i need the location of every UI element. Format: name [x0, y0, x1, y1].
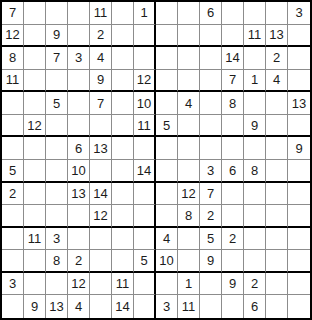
cell-r12c4[interactable]: 2	[68, 250, 90, 273]
given-digit: 3	[295, 6, 302, 19]
cell-r9c5[interactable]: 14	[90, 183, 112, 206]
cell-r6c6[interactable]	[112, 115, 134, 138]
cell-r2c14[interactable]	[288, 25, 310, 48]
cell-r8c10[interactable]: 3	[200, 160, 222, 183]
given-digit: 14	[115, 300, 129, 313]
given-digit: 9	[53, 28, 60, 41]
cell-r6c1[interactable]	[2, 115, 24, 138]
given-digit: 12	[93, 209, 107, 222]
cell-r11c13[interactable]	[266, 228, 288, 251]
cell-r9c11[interactable]	[222, 183, 244, 206]
cell-r10c9[interactable]: 8	[178, 205, 200, 228]
cell-r3c7[interactable]	[134, 47, 156, 70]
given-digit: 3	[163, 300, 170, 313]
given-digit: 2	[9, 187, 16, 200]
cell-r11c3[interactable]: 3	[46, 228, 68, 251]
cell-r13c1[interactable]: 3	[2, 273, 24, 296]
given-digit: 5	[163, 119, 170, 132]
cell-r6c13[interactable]	[266, 115, 288, 138]
cell-r8c7[interactable]: 14	[134, 160, 156, 183]
cell-r7c4[interactable]: 6	[68, 137, 90, 160]
given-digit: 13	[292, 97, 306, 110]
cell-r7c13[interactable]	[266, 137, 288, 160]
cell-r3c1[interactable]: 8	[2, 47, 24, 70]
given-digit: 12	[137, 73, 151, 86]
given-digit: 10	[71, 164, 85, 177]
cell-r8c12[interactable]: 8	[244, 160, 266, 183]
cell-r13c6[interactable]: 11	[112, 273, 134, 296]
cell-r14c8[interactable]: 3	[156, 295, 178, 318]
cell-r10c4[interactable]	[68, 205, 90, 228]
cell-r1c4[interactable]	[68, 2, 90, 25]
cell-r8c6[interactable]	[112, 160, 134, 183]
cell-r11c10[interactable]: 5	[200, 228, 222, 251]
cell-r11c4[interactable]	[68, 228, 90, 251]
given-digit: 9	[207, 254, 214, 267]
cell-r11c11[interactable]: 2	[222, 228, 244, 251]
cell-r13c5[interactable]	[90, 273, 112, 296]
cell-r13c8[interactable]	[156, 273, 178, 296]
cell-r6c4[interactable]	[68, 115, 90, 138]
cell-r7c7[interactable]	[134, 137, 156, 160]
given-digit: 2	[273, 51, 280, 64]
cell-r14c10[interactable]	[200, 295, 222, 318]
cell-r9c1[interactable]: 2	[2, 183, 24, 206]
cell-r5c10[interactable]	[200, 92, 222, 115]
cell-r3c2[interactable]	[24, 47, 46, 70]
cell-r3c5[interactable]: 4	[90, 47, 112, 70]
cell-r5c5[interactable]: 7	[90, 92, 112, 115]
cell-r1c10[interactable]: 6	[200, 2, 222, 25]
cell-r9c12[interactable]	[244, 183, 266, 206]
cell-r9c9[interactable]: 12	[178, 183, 200, 206]
cell-r9c14[interactable]	[288, 183, 310, 206]
cell-r10c1[interactable]	[2, 205, 24, 228]
cell-r3c6[interactable]	[112, 47, 134, 70]
cell-r11c8[interactable]: 4	[156, 228, 178, 251]
given-digit: 11	[116, 277, 130, 290]
given-digit: 5	[207, 232, 214, 245]
cell-r3c13[interactable]: 2	[266, 47, 288, 70]
cell-r6c9[interactable]	[178, 115, 200, 138]
cell-r11c12[interactable]	[244, 228, 266, 251]
cell-r4c3[interactable]	[46, 70, 68, 93]
cell-r12c3[interactable]: 8	[46, 250, 68, 273]
given-digit: 4	[273, 73, 280, 86]
cell-r1c3[interactable]	[46, 2, 68, 25]
given-digit: 6	[229, 164, 236, 177]
cell-r9c4[interactable]: 13	[68, 183, 90, 206]
cell-r5c2[interactable]	[24, 92, 46, 115]
cell-r9c6[interactable]	[112, 183, 134, 206]
cell-r12c2[interactable]	[24, 250, 46, 273]
cell-r5c7[interactable]: 10	[134, 92, 156, 115]
cell-r4c9[interactable]	[178, 70, 200, 93]
cell-r5c9[interactable]: 4	[178, 92, 200, 115]
given-digit: 8	[9, 51, 16, 64]
cell-r2c9[interactable]	[178, 25, 200, 48]
cell-r3c3[interactable]: 7	[46, 47, 68, 70]
cell-r10c8[interactable]	[156, 205, 178, 228]
cell-r4c14[interactable]	[288, 70, 310, 93]
cell-r4c12[interactable]: 1	[244, 70, 266, 93]
cell-r14c11[interactable]	[222, 295, 244, 318]
cell-r7c8[interactable]	[156, 137, 178, 160]
cell-r12c11[interactable]	[222, 250, 244, 273]
cell-r1c11[interactable]	[222, 2, 244, 25]
given-digit: 13	[71, 187, 85, 200]
given-digit: 7	[97, 97, 104, 110]
cell-r8c8[interactable]	[156, 160, 178, 183]
given-digit: 8	[53, 254, 60, 267]
given-digit: 4	[185, 97, 192, 110]
cell-r13c7[interactable]	[134, 273, 156, 296]
cell-r7c5[interactable]: 13	[90, 137, 112, 160]
given-digit: 3	[75, 51, 82, 64]
given-digit: 10	[159, 254, 173, 267]
cell-r6c5[interactable]	[90, 115, 112, 138]
cell-r3c14[interactable]	[288, 47, 310, 70]
cell-r14c1[interactable]	[2, 295, 24, 318]
cell-r4c13[interactable]: 4	[266, 70, 288, 93]
cell-r14c6[interactable]: 14	[112, 295, 134, 318]
given-digit: 12	[5, 28, 19, 41]
given-digit: 13	[49, 300, 63, 313]
cell-r2c6[interactable]	[112, 25, 134, 48]
cell-r3c10[interactable]	[200, 47, 222, 70]
given-digit: 13	[269, 28, 283, 41]
cell-r5c8[interactable]	[156, 92, 178, 115]
cell-r4c5[interactable]: 9	[90, 70, 112, 93]
cell-r8c14[interactable]	[288, 160, 310, 183]
given-digit: 7	[207, 187, 214, 200]
cell-r14c9[interactable]: 11	[178, 295, 200, 318]
cell-r12c8[interactable]: 10	[156, 250, 178, 273]
given-digit: 11	[28, 232, 42, 245]
sudoku-board: 7111631292111387341421191271457104813121…	[0, 0, 312, 320]
cell-r4c10[interactable]	[200, 70, 222, 93]
cell-r2c11[interactable]	[222, 25, 244, 48]
cell-r11c7[interactable]	[134, 228, 156, 251]
cell-r1c8[interactable]	[156, 2, 178, 25]
given-digit: 5	[140, 254, 147, 267]
cell-r7c10[interactable]	[200, 137, 222, 160]
cell-r6c7[interactable]: 11	[134, 115, 156, 138]
cell-r7c2[interactable]	[24, 137, 46, 160]
cell-r14c7[interactable]	[134, 295, 156, 318]
cell-r3c12[interactable]	[244, 47, 266, 70]
cell-r11c2[interactable]: 11	[24, 228, 46, 251]
cell-r8c9[interactable]	[178, 160, 200, 183]
cell-r10c3[interactable]	[46, 205, 68, 228]
cell-r2c4[interactable]	[68, 25, 90, 48]
cell-r1c9[interactable]	[178, 2, 200, 25]
given-digit: 9	[97, 73, 104, 86]
cell-r2c3[interactable]: 9	[46, 25, 68, 48]
cell-r13c12[interactable]: 2	[244, 273, 266, 296]
cell-r6c14[interactable]	[288, 115, 310, 138]
cell-r11c1[interactable]	[2, 228, 24, 251]
cell-r8c5[interactable]	[90, 160, 112, 183]
cell-r12c14[interactable]	[288, 250, 310, 273]
given-digit: 2	[207, 209, 214, 222]
cell-r8c13[interactable]	[266, 160, 288, 183]
cell-r13c13[interactable]	[266, 273, 288, 296]
cell-r13c10[interactable]	[200, 273, 222, 296]
cell-r9c3[interactable]	[46, 183, 68, 206]
cell-r10c2[interactable]	[24, 205, 46, 228]
cell-r9c13[interactable]	[266, 183, 288, 206]
given-digit: 9	[31, 300, 38, 313]
cell-r1c7[interactable]: 1	[134, 2, 156, 25]
given-digit: 3	[9, 277, 16, 290]
given-digit: 14	[93, 187, 107, 200]
cell-r14c4[interactable]: 4	[68, 295, 90, 318]
given-digit: 10	[137, 97, 151, 110]
cell-r3c4[interactable]: 3	[68, 47, 90, 70]
cell-r2c12[interactable]: 11	[244, 25, 266, 48]
cell-r7c3[interactable]	[46, 137, 68, 160]
cell-r8c2[interactable]	[24, 160, 46, 183]
given-digit: 13	[93, 142, 107, 155]
given-digit: 11	[248, 28, 262, 41]
cell-r1c1[interactable]: 7	[2, 2, 24, 25]
given-digit: 7	[53, 51, 60, 64]
cell-r3c11[interactable]: 14	[222, 47, 244, 70]
given-digit: 5	[9, 164, 16, 177]
given-digit: 3	[53, 232, 60, 245]
cell-r10c6[interactable]	[112, 205, 134, 228]
cell-r8c1[interactable]: 5	[2, 160, 24, 183]
cell-r2c1[interactable]: 12	[2, 25, 24, 48]
cell-r9c7[interactable]	[134, 183, 156, 206]
cell-r12c10[interactable]: 9	[200, 250, 222, 273]
cell-r13c4[interactable]: 12	[68, 273, 90, 296]
cell-r5c13[interactable]	[266, 92, 288, 115]
cell-r2c7[interactable]	[134, 25, 156, 48]
cell-r11c6[interactable]	[112, 228, 134, 251]
cell-r9c10[interactable]: 7	[200, 183, 222, 206]
cell-r5c14[interactable]: 13	[288, 92, 310, 115]
given-digit: 1	[185, 277, 192, 290]
given-digit: 6	[251, 300, 258, 313]
cell-r4c7[interactable]: 12	[134, 70, 156, 93]
cell-r9c8[interactable]	[156, 183, 178, 206]
cell-r1c6[interactable]	[112, 2, 134, 25]
given-digit: 8	[229, 97, 236, 110]
given-digit: 8	[185, 209, 192, 222]
cell-r10c14[interactable]	[288, 205, 310, 228]
given-digit: 7	[229, 73, 236, 86]
cell-r14c13[interactable]	[266, 295, 288, 318]
cell-r12c1[interactable]	[2, 250, 24, 273]
cell-r6c8[interactable]: 5	[156, 115, 178, 138]
cell-r7c11[interactable]	[222, 137, 244, 160]
cell-r13c3[interactable]	[46, 273, 68, 296]
cell-r5c1[interactable]	[2, 92, 24, 115]
cell-r13c2[interactable]	[24, 273, 46, 296]
cell-r11c14[interactable]	[288, 228, 310, 251]
cell-r10c7[interactable]	[134, 205, 156, 228]
given-digit: 5	[53, 97, 60, 110]
cell-r2c10[interactable]	[200, 25, 222, 48]
cell-r11c5[interactable]	[90, 228, 112, 251]
cell-r10c12[interactable]	[244, 205, 266, 228]
cell-r4c8[interactable]	[156, 70, 178, 93]
cell-r12c7[interactable]: 5	[134, 250, 156, 273]
cell-r6c3[interactable]	[46, 115, 68, 138]
cell-r5c3[interactable]: 5	[46, 92, 68, 115]
cell-r12c5[interactable]	[90, 250, 112, 273]
cell-r4c1[interactable]: 11	[2, 70, 24, 93]
cell-r6c10[interactable]	[200, 115, 222, 138]
cell-r11c9[interactable]	[178, 228, 200, 251]
given-digit: 11	[94, 6, 108, 19]
given-digit: 12	[181, 187, 195, 200]
given-digit: 9	[229, 277, 236, 290]
cell-r1c12[interactable]	[244, 2, 266, 25]
given-digit: 9	[295, 142, 302, 155]
cell-r12c6[interactable]	[112, 250, 134, 273]
cell-r4c11[interactable]: 7	[222, 70, 244, 93]
given-digit: 1	[251, 73, 258, 86]
cell-r1c2[interactable]	[24, 2, 46, 25]
given-digit: 11	[137, 119, 151, 132]
cell-r12c13[interactable]	[266, 250, 288, 273]
cell-r5c6[interactable]	[112, 92, 134, 115]
cell-r8c11[interactable]: 6	[222, 160, 244, 183]
cell-r1c13[interactable]	[266, 2, 288, 25]
cell-r7c9[interactable]	[178, 137, 200, 160]
given-digit: 4	[163, 232, 170, 245]
cell-r13c14[interactable]	[288, 273, 310, 296]
cell-r3c8[interactable]	[156, 47, 178, 70]
given-digit: 12	[27, 119, 41, 132]
cell-r1c14[interactable]: 3	[288, 2, 310, 25]
given-digit: 11	[182, 300, 196, 313]
cell-r4c6[interactable]	[112, 70, 134, 93]
cell-r14c2[interactable]: 9	[24, 295, 46, 318]
cell-r2c2[interactable]	[24, 25, 46, 48]
given-digit: 2	[251, 277, 258, 290]
cell-r2c13[interactable]: 13	[266, 25, 288, 48]
given-digit: 7	[9, 6, 16, 19]
cell-r10c5[interactable]: 12	[90, 205, 112, 228]
cell-r6c2[interactable]: 12	[24, 115, 46, 138]
given-digit: 6	[75, 142, 82, 155]
cell-r5c4[interactable]	[68, 92, 90, 115]
cell-r1c5[interactable]: 11	[90, 2, 112, 25]
given-digit: 4	[75, 300, 82, 313]
cell-r4c4[interactable]	[68, 70, 90, 93]
given-digit: 9	[251, 119, 258, 132]
cell-r8c3[interactable]	[46, 160, 68, 183]
cell-r8c4[interactable]: 10	[68, 160, 90, 183]
cell-r7c12[interactable]	[244, 137, 266, 160]
given-digit: 2	[229, 232, 236, 245]
given-digit: 3	[207, 164, 214, 177]
cell-r6c12[interactable]: 9	[244, 115, 266, 138]
cell-r10c10[interactable]: 2	[200, 205, 222, 228]
given-digit: 2	[75, 254, 82, 267]
cell-r10c11[interactable]	[222, 205, 244, 228]
cell-r2c8[interactable]	[156, 25, 178, 48]
cell-r13c11[interactable]: 9	[222, 273, 244, 296]
cell-r12c12[interactable]	[244, 250, 266, 273]
cell-r3c9[interactable]	[178, 47, 200, 70]
cell-r13c9[interactable]: 1	[178, 273, 200, 296]
given-digit: 4	[97, 51, 104, 64]
cell-r14c12[interactable]: 6	[244, 295, 266, 318]
cell-r7c6[interactable]	[112, 137, 134, 160]
cell-r12c9[interactable]	[178, 250, 200, 273]
cell-r5c11[interactable]: 8	[222, 92, 244, 115]
given-digit: 2	[97, 28, 104, 41]
given-digit: 6	[207, 6, 214, 19]
cell-r6c11[interactable]	[222, 115, 244, 138]
cell-r10c13[interactable]	[266, 205, 288, 228]
cell-r14c14[interactable]	[288, 295, 310, 318]
cell-r9c2[interactable]	[24, 183, 46, 206]
cell-r5c12[interactable]	[244, 92, 266, 115]
cell-r7c1[interactable]	[2, 137, 24, 160]
given-digit: 1	[140, 6, 147, 19]
cell-r2c5[interactable]: 2	[90, 25, 112, 48]
given-digit: 11	[6, 73, 20, 86]
given-digit: 8	[251, 164, 258, 177]
cell-r14c3[interactable]: 13	[46, 295, 68, 318]
given-digit: 14	[137, 164, 151, 177]
cell-r14c5[interactable]	[90, 295, 112, 318]
cell-r4c2[interactable]	[24, 70, 46, 93]
given-digit: 12	[71, 277, 85, 290]
cell-r7c14[interactable]: 9	[288, 137, 310, 160]
given-digit: 14	[225, 51, 239, 64]
